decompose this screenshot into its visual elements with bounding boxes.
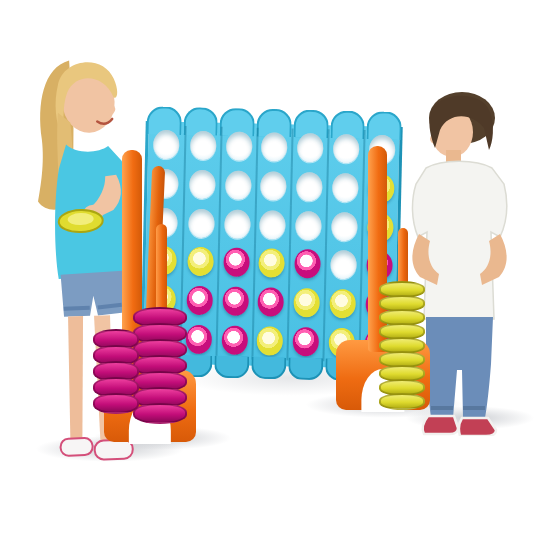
empty-slot xyxy=(331,212,358,242)
magenta-disc xyxy=(221,325,248,355)
magenta-disc xyxy=(293,327,320,357)
yellow-disc xyxy=(330,289,357,319)
boy-jeans xyxy=(426,317,493,418)
empty-slot xyxy=(260,210,287,240)
empty-slot xyxy=(225,170,252,200)
board-cell-r5c6 xyxy=(324,284,361,323)
board-cell-r3c5 xyxy=(289,206,326,245)
magenta-disc xyxy=(295,249,322,279)
yellow-disc xyxy=(187,247,214,277)
board-cell-r4c6 xyxy=(324,245,361,284)
magenta-disc xyxy=(222,286,249,316)
board-cell-r1c2 xyxy=(184,126,221,165)
yellow-spare-disc xyxy=(379,393,425,410)
board-bottom-hump xyxy=(214,356,249,379)
empty-slot xyxy=(332,173,359,203)
empty-slot xyxy=(190,131,217,161)
board-cell-r1c5 xyxy=(291,128,328,167)
board-cell-r3c4 xyxy=(254,205,291,244)
board-cell-r1c6 xyxy=(327,129,364,168)
board-cell-r2c6 xyxy=(326,168,363,207)
board-cell-r3c3 xyxy=(218,204,255,243)
yellow-disc-stack xyxy=(379,284,425,410)
board-cell-r1c3 xyxy=(219,127,256,166)
board-cell-r4c2 xyxy=(181,242,218,281)
board-bottom-hump xyxy=(251,357,286,380)
board-cell-r5c4 xyxy=(252,282,289,321)
board-cell-r2c4 xyxy=(254,166,291,205)
board-cell-r5c5 xyxy=(288,283,325,322)
board-bottom-hump xyxy=(288,357,323,380)
magenta-disc-stack-small xyxy=(93,334,139,414)
board-cell-r3c2 xyxy=(182,203,219,242)
magenta-spare-disc xyxy=(93,393,139,414)
magenta-disc xyxy=(258,287,285,317)
empty-slot xyxy=(260,171,287,201)
girl-back-shoe xyxy=(60,438,93,456)
board-cell-r6c5 xyxy=(287,322,324,361)
empty-slot xyxy=(224,209,251,239)
board-cell-r4c3 xyxy=(217,243,254,282)
empty-slot xyxy=(189,170,216,200)
boy-right-sneaker xyxy=(459,418,496,436)
board-cell-r6c3 xyxy=(215,320,252,359)
board-cell-r4c4 xyxy=(253,244,290,283)
board-cell-r2c2 xyxy=(183,165,220,204)
girl-back-leg xyxy=(66,316,87,441)
empty-slot xyxy=(333,134,360,164)
board-cell-r4c5 xyxy=(289,244,326,283)
empty-slot xyxy=(297,133,324,163)
board-cell-r1c4 xyxy=(255,128,292,167)
boy-left-sneaker xyxy=(423,416,458,434)
magenta-disc-stack-large xyxy=(133,312,187,424)
board-cell-r2c3 xyxy=(219,165,256,204)
magenta-disc xyxy=(185,324,212,354)
board-cell-r1c1 xyxy=(148,125,185,164)
yellow-disc xyxy=(257,326,284,356)
empty-slot xyxy=(226,132,253,162)
empty-slot xyxy=(188,208,215,238)
magenta-disc xyxy=(223,248,250,278)
empty-slot xyxy=(295,211,322,241)
board-cell-r5c3 xyxy=(216,281,253,320)
product-photo-giant-connect-four: { "game": "connect_four", "variant": "gi… xyxy=(0,0,550,550)
girl-front-shoe xyxy=(94,439,133,459)
yellow-disc xyxy=(294,288,321,318)
empty-slot xyxy=(296,172,323,202)
magenta-spare-disc xyxy=(133,403,187,424)
empty-slot xyxy=(153,130,180,160)
board-cell-r6c4 xyxy=(251,321,288,360)
board-cell-r3c6 xyxy=(325,207,362,246)
empty-slot xyxy=(261,133,288,163)
board-cell-r2c5 xyxy=(290,167,327,206)
empty-slot xyxy=(330,250,357,280)
yellow-disc xyxy=(259,249,286,279)
magenta-disc xyxy=(186,286,213,316)
